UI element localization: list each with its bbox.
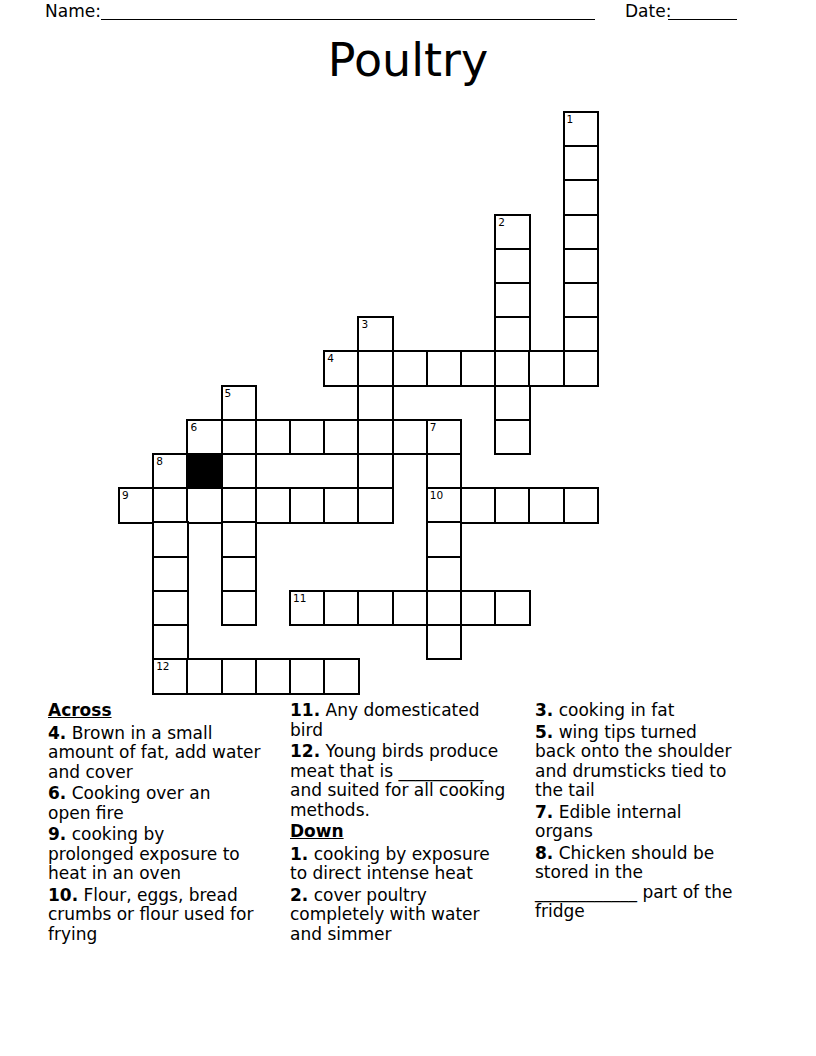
merged-cell[interactable] [255, 453, 360, 489]
grid-cell[interactable] [323, 487, 359, 523]
grid-cell[interactable] [426, 590, 462, 626]
grid-cell[interactable] [494, 248, 530, 284]
clue-number: 11 [293, 592, 306, 604]
clue-number: 8 [156, 455, 163, 467]
grid-cell[interactable] [494, 590, 530, 626]
grid-cell[interactable] [426, 624, 462, 660]
grid-cell[interactable] [255, 419, 291, 455]
grid-cell[interactable] [221, 521, 257, 557]
clue-column-middle: 11. Any domesticated bird12. Young birds… [290, 701, 534, 946]
clue-number-label: 11. [290, 700, 320, 720]
black-cell [186, 453, 222, 489]
grid-cell[interactable] [289, 419, 325, 455]
grid-cell[interactable] [460, 590, 496, 626]
clue-number-label: 5. [535, 722, 553, 742]
grid-cell[interactable] [460, 350, 496, 386]
grid-cell[interactable] [323, 658, 359, 694]
grid-cell[interactable] [563, 179, 599, 215]
grid-cell[interactable]: 7 [426, 419, 462, 455]
grid-cell[interactable] [563, 248, 599, 284]
grid-cell[interactable] [392, 350, 428, 386]
grid-cell[interactable] [563, 145, 599, 181]
grid-cell[interactable] [392, 419, 428, 455]
grid-cell[interactable] [494, 350, 530, 386]
clue-column-down: 3. cooking in fat5. wing tips turned bac… [535, 701, 783, 924]
clue-number: 2 [498, 216, 505, 228]
grid-cell[interactable] [289, 658, 325, 694]
grid-cell[interactable] [323, 419, 359, 455]
clue-number-label: 3. [535, 700, 553, 720]
clue-11: 11. Any domesticated bird [290, 701, 534, 740]
clue-number-label: 10. [48, 885, 78, 905]
grid-cell[interactable] [357, 419, 393, 455]
clue-1: 1. cooking by exposure to direct intense… [290, 845, 534, 884]
crossword-grid: 123456789101112 [118, 111, 600, 695]
grid-cell[interactable] [221, 453, 257, 489]
grid-cell[interactable] [186, 487, 222, 523]
grid-cell[interactable] [357, 453, 393, 489]
clue-number: 9 [122, 489, 129, 501]
across-header: Across [48, 701, 288, 721]
grid-cell[interactable] [357, 350, 393, 386]
grid-cell[interactable]: 8 [152, 453, 188, 489]
name-write-line[interactable] [101, 19, 595, 20]
grid-cell[interactable] [494, 487, 530, 523]
grid-cell[interactable] [494, 385, 530, 421]
grid-cell[interactable] [221, 556, 257, 592]
grid-cell[interactable] [494, 282, 530, 318]
grid-cell[interactable] [323, 590, 359, 626]
clue-number: 4 [327, 352, 334, 364]
clue-number: 10 [430, 489, 443, 501]
clue-column-across: Across4. Brown in a small amount of fat,… [48, 701, 288, 946]
page-title: Poultry [0, 33, 816, 87]
grid-cell[interactable]: 11 [289, 590, 325, 626]
grid-cell[interactable]: 10 [426, 487, 462, 523]
grid-cell[interactable] [255, 487, 291, 523]
grid-cell[interactable] [528, 487, 564, 523]
grid-cell[interactable] [563, 487, 599, 523]
clue-2: 2. cover poultry completely with water a… [290, 886, 534, 945]
clue-number: 6 [190, 421, 197, 433]
date-label: Date: [625, 1, 671, 21]
grid-cell[interactable] [426, 453, 462, 489]
grid-cell[interactable] [357, 487, 393, 523]
grid-cell[interactable] [426, 556, 462, 592]
name-label: Name: [45, 1, 101, 21]
grid-cell[interactable]: 3 [357, 316, 393, 352]
grid-cell[interactable] [255, 658, 291, 694]
grid-cell[interactable] [221, 590, 257, 626]
grid-cell[interactable] [152, 521, 188, 557]
grid-cell[interactable]: 5 [221, 385, 257, 421]
clue-number: 5 [225, 387, 232, 399]
clue-number-label: 2. [290, 885, 308, 905]
grid-cell[interactable] [221, 419, 257, 455]
grid-cell[interactable] [426, 521, 462, 557]
grid-cell[interactable] [426, 350, 462, 386]
grid-cell[interactable] [494, 316, 530, 352]
grid-cell[interactable] [289, 487, 325, 523]
clue-number-label: 1. [290, 844, 308, 864]
down-header: Down [290, 822, 534, 842]
clue-12: 12. Young birds produce meat that is ___… [290, 742, 534, 820]
clue-number-label: 12. [290, 741, 320, 761]
clue-number-label: 7. [535, 802, 553, 822]
clue-number: 7 [430, 421, 437, 433]
grid-cell[interactable] [392, 590, 428, 626]
clue-8: 8. Chicken should be stored in the _____… [535, 844, 783, 922]
grid-cell[interactable] [221, 658, 257, 694]
grid-cell[interactable] [563, 316, 599, 352]
clue-4: 4. Brown in a small amount of fat, add w… [48, 724, 288, 783]
clue-number: 1 [567, 113, 574, 125]
grid-cell[interactable]: 2 [494, 214, 530, 250]
clue-3: 3. cooking in fat [535, 701, 783, 721]
grid-cell[interactable] [357, 385, 393, 421]
grid-cell[interactable]: 6 [186, 419, 222, 455]
grid-cell[interactable]: 12 [152, 658, 188, 694]
grid-cell[interactable] [563, 350, 599, 386]
grid-cell[interactable] [563, 214, 599, 250]
date-write-line[interactable] [668, 19, 737, 20]
grid-cell[interactable] [528, 350, 564, 386]
grid-cell[interactable]: 1 [563, 111, 599, 147]
clue-number: 12 [156, 660, 169, 672]
grid-cell[interactable] [221, 487, 257, 523]
clue-7: 7. Edible internal organs [535, 803, 783, 842]
clue-number-label: 4. [48, 723, 66, 743]
clue-5: 5. wing tips turned back onto the should… [535, 723, 783, 801]
clue-10: 10. Flour, eggs, bread crumbs or flour u… [48, 886, 288, 945]
grid-cell[interactable]: 9 [118, 487, 154, 523]
grid-cell[interactable] [494, 419, 530, 455]
clue-number-label: 6. [48, 783, 66, 803]
grid-cell[interactable]: 4 [323, 350, 359, 386]
clue-6: 6. Cooking over an open fire [48, 784, 288, 823]
clue-number-label: 9. [48, 824, 66, 844]
clue-number-label: 8. [535, 843, 553, 863]
grid-cell[interactable] [152, 624, 188, 660]
grid-cell[interactable] [563, 282, 599, 318]
grid-cell[interactable] [152, 590, 188, 626]
clue-number: 3 [361, 318, 368, 330]
grid-cell[interactable] [460, 487, 496, 523]
grid-cell[interactable] [152, 556, 188, 592]
grid-cell[interactable] [357, 590, 393, 626]
grid-cell[interactable] [186, 658, 222, 694]
grid-cell[interactable] [152, 487, 188, 523]
clue-9: 9. cooking by prolonged exposure to heat… [48, 825, 288, 884]
